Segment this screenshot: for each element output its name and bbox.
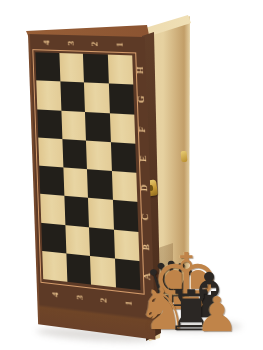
file-label-c: C — [137, 209, 152, 225]
square-d3 — [63, 167, 88, 198]
square-b2 — [89, 227, 114, 258]
square-d4 — [39, 166, 64, 196]
square-g2 — [84, 83, 109, 113]
square-g3 — [60, 82, 85, 112]
square-c2 — [88, 198, 113, 229]
board-squares — [35, 52, 140, 290]
square-f2 — [85, 111, 110, 141]
brass-catch-icon — [181, 151, 188, 162]
square-a3 — [66, 253, 91, 284]
square-f4 — [37, 109, 62, 139]
square-a4 — [42, 251, 67, 282]
file-label-e: E — [135, 151, 150, 167]
rank-label-top-1: 1 — [112, 37, 127, 52]
square-c1 — [112, 200, 138, 231]
square-c4 — [40, 194, 65, 225]
square-h3 — [59, 53, 84, 83]
square-a2 — [90, 256, 116, 288]
square-h1 — [107, 55, 133, 85]
square-f3 — [61, 110, 86, 140]
rank-label-top-2: 2 — [88, 37, 102, 52]
square-b4 — [41, 222, 66, 253]
rank-label-bottom-2: 2 — [96, 292, 111, 308]
file-label-d: D — [136, 180, 151, 196]
file-label-g: G — [133, 92, 148, 107]
file-label-f: F — [134, 121, 149, 136]
piece-white-pawn: ♟ — [195, 290, 238, 338]
square-b3 — [65, 225, 90, 256]
square-b1 — [113, 229, 139, 261]
square-g1 — [108, 84, 134, 114]
square-c3 — [64, 196, 89, 227]
square-e2 — [86, 140, 111, 171]
square-e3 — [62, 139, 87, 169]
square-h2 — [83, 54, 108, 84]
rank-label-top-3: 3 — [63, 36, 77, 51]
rank-label-bottom-4: 4 — [49, 287, 63, 303]
square-d2 — [87, 169, 112, 200]
square-e1 — [110, 142, 136, 173]
square-d1 — [111, 171, 137, 202]
square-e4 — [38, 137, 63, 167]
chess-box-photo: 43214321HGFEDCBA ♛♚♝♞♜♟ — [0, 0, 263, 350]
square-f1 — [109, 113, 135, 144]
square-g4 — [36, 81, 61, 111]
square-h4 — [35, 52, 60, 81]
file-label-h: H — [132, 63, 147, 78]
rank-label-top-4: 4 — [40, 35, 54, 50]
rank-label-bottom-1: 1 — [121, 295, 136, 311]
rank-label-bottom-3: 3 — [72, 289, 86, 305]
